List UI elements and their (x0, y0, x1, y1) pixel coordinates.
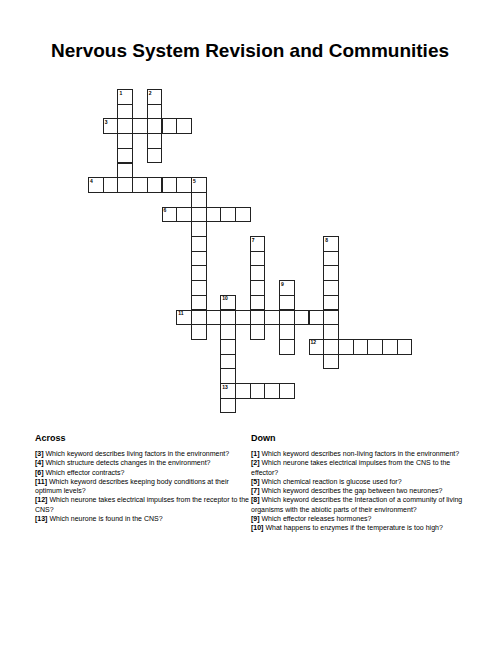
grid-cell-r15c15[interactable] (309, 310, 325, 326)
down-clue-number-8: [8] (251, 496, 260, 503)
grid-cell-r20c11[interactable] (250, 383, 266, 399)
grid-cell-r17c16[interactable] (323, 339, 339, 355)
grid-cell-r6c5[interactable] (162, 177, 178, 193)
across-clue-3: [3] Which keyword describes living facto… (35, 449, 251, 458)
cell-number-4: 4 (90, 179, 93, 184)
grid-cell-r3c4[interactable] (147, 133, 163, 149)
grid-cell-r15c9[interactable] (220, 310, 236, 326)
grid-cell-r15c10[interactable] (235, 310, 251, 326)
down-clue-8: [8] Which keyword describes the Interact… (251, 495, 465, 514)
grid-cell-r11c11[interactable] (250, 251, 266, 267)
down-clue-number-2: [2] (251, 459, 260, 466)
grid-cell-r15c8[interactable] (206, 310, 222, 326)
down-clue-number-5: [5] (251, 478, 260, 485)
grid-cell-r6c0[interactable]: 4 (88, 177, 104, 193)
cell-number-8: 8 (325, 238, 328, 243)
grid-cell-r18c16[interactable] (323, 354, 339, 370)
cell-number-5: 5 (193, 179, 196, 184)
down-clue-9: [9] Which effector releases hormones? (251, 514, 465, 523)
across-clue-number-3: [3] (35, 450, 44, 457)
crossword-worksheet-page: Nervous System Revision and Communities … (0, 0, 500, 647)
grid-cell-r2c1[interactable]: 3 (103, 118, 119, 134)
grid-cell-r16c9[interactable] (220, 324, 236, 340)
down-clue-2: [2] Which neurone takes electrical impul… (251, 458, 465, 477)
down-header: Down (251, 433, 465, 443)
grid-cell-r1c2[interactable] (117, 104, 133, 120)
grid-cell-r14c9[interactable]: 10 (220, 295, 236, 311)
across-clue-number-13: [13] (35, 515, 47, 522)
grid-cell-r2c2[interactable] (117, 118, 133, 134)
down-clues-section: Down [1] Which keyword describes non-liv… (251, 433, 465, 533)
down-clue-1: [1] Which keyword describes non-living f… (251, 449, 465, 458)
grid-cell-r16c7[interactable] (191, 324, 207, 340)
grid-cell-r15c6[interactable]: 11 (176, 310, 192, 326)
grid-cell-r10c11[interactable]: 7 (250, 236, 266, 252)
grid-cell-r20c13[interactable] (279, 383, 295, 399)
cell-number-3: 3 (105, 120, 108, 125)
grid-cell-r15c11[interactable] (250, 310, 266, 326)
grid-cell-r15c16[interactable] (323, 310, 339, 326)
grid-cell-r13c7[interactable] (191, 280, 207, 296)
grid-cell-r17c19[interactable] (367, 339, 383, 355)
cell-number-13: 13 (222, 385, 228, 390)
grid-cell-r6c4[interactable] (147, 177, 163, 193)
grid-cell-r11c16[interactable] (323, 251, 339, 267)
page-title: Nervous System Revision and Communities (0, 40, 500, 62)
cell-number-1: 1 (119, 91, 122, 96)
grid-cell-r11c7[interactable] (191, 251, 207, 267)
grid-cell-r8c6[interactable] (176, 207, 192, 223)
grid-cell-r17c9[interactable] (220, 339, 236, 355)
across-clue-number-6: [6] (35, 469, 44, 476)
grid-cell-r15c7[interactable] (191, 310, 207, 326)
grid-cell-r20c12[interactable] (264, 383, 280, 399)
grid-cell-r6c6[interactable] (176, 177, 192, 193)
cell-number-6: 6 (164, 208, 167, 213)
grid-cell-r12c11[interactable] (250, 265, 266, 281)
grid-cell-r19c9[interactable] (220, 368, 236, 384)
grid-cell-r2c6[interactable] (176, 118, 192, 134)
cell-number-7: 7 (252, 238, 255, 243)
grid-cell-r12c7[interactable] (191, 265, 207, 281)
grid-cell-r15c12[interactable] (264, 310, 280, 326)
grid-cell-r8c7[interactable] (191, 207, 207, 223)
down-clue-list: [1] Which keyword describes non-living f… (251, 449, 465, 533)
cell-number-9: 9 (281, 282, 284, 287)
grid-cell-r18c9[interactable] (220, 354, 236, 370)
across-clue-11: [11] Which keyword describes keeping bod… (35, 477, 251, 496)
down-clue-7: [7] Which keyword describes the gap betw… (251, 486, 465, 495)
grid-cell-r6c3[interactable] (132, 177, 148, 193)
grid-cell-r9c7[interactable] (191, 221, 207, 237)
grid-cell-r5c2[interactable] (117, 163, 133, 179)
grid-cell-r7c7[interactable] (191, 192, 207, 208)
down-clue-10: [10] What happens to enzymes if the temp… (251, 523, 465, 532)
grid-cell-r10c7[interactable] (191, 236, 207, 252)
down-clue-number-10: [10] (251, 524, 263, 531)
grid-cell-r6c7[interactable]: 5 (191, 177, 207, 193)
grid-cell-r4c2[interactable] (117, 148, 133, 164)
across-clue-6: [6] Which effector contracts? (35, 468, 251, 477)
down-clue-number-1: [1] (251, 450, 260, 457)
grid-cell-r4c4[interactable] (147, 148, 163, 164)
grid-cell-r14c11[interactable] (250, 295, 266, 311)
grid-cell-r20c10[interactable] (235, 383, 251, 399)
grid-cell-r2c5[interactable] (162, 118, 178, 134)
grid-cell-r17c17[interactable] (338, 339, 354, 355)
grid-cell-r17c18[interactable] (353, 339, 369, 355)
down-clue-number-9: [9] (251, 515, 260, 522)
grid-cell-r20c9[interactable]: 13 (220, 383, 236, 399)
grid-cell-r16c11[interactable] (250, 324, 266, 340)
cell-number-11: 11 (178, 311, 183, 316)
grid-cell-r6c2[interactable] (117, 177, 133, 193)
grid-cell-r17c15[interactable]: 12 (309, 339, 325, 355)
grid-cell-r2c4[interactable] (147, 118, 163, 134)
down-clue-5: [5] Which chemical reaction is glucose u… (251, 477, 465, 486)
cell-number-10: 10 (222, 296, 228, 301)
across-clue-12: [12] Which neurone takes electrical impu… (35, 495, 251, 514)
grid-cell-r16c13[interactable] (279, 324, 295, 340)
across-clue-13: [13] Which neurone is found in the CNS? (35, 514, 251, 523)
crossword-grid: 12345678910111213 (88, 89, 412, 413)
cell-number-12: 12 (311, 340, 317, 345)
across-clue-4: [4] Which structure detects changes in t… (35, 458, 251, 467)
grid-cell-r2c3[interactable] (132, 118, 148, 134)
grid-cell-r13c11[interactable] (250, 280, 266, 296)
grid-cell-r8c5[interactable]: 6 (162, 207, 178, 223)
grid-cell-r3c2[interactable] (117, 133, 133, 149)
grid-cell-r14c16[interactable] (323, 295, 339, 311)
grid-cell-r15c13[interactable] (279, 310, 295, 326)
grid-cell-r8c8[interactable] (206, 207, 222, 223)
grid-cell-r14c7[interactable] (191, 295, 207, 311)
grid-cell-r14c13[interactable] (279, 295, 295, 311)
across-header: Across (35, 433, 251, 443)
across-clue-list: [3] Which keyword describes living facto… (35, 449, 251, 523)
grid-cell-r21c9[interactable] (220, 398, 236, 414)
across-clue-number-4: [4] (35, 459, 44, 466)
grid-cell-r17c20[interactable] (382, 339, 398, 355)
grid-cell-r17c13[interactable] (279, 339, 295, 355)
grid-cell-r8c10[interactable] (235, 207, 251, 223)
grid-cell-r0c4[interactable]: 2 (147, 89, 163, 105)
grid-cell-r10c16[interactable]: 8 (323, 236, 339, 252)
grid-cell-r0c2[interactable]: 1 (117, 89, 133, 105)
grid-cell-r1c4[interactable] (147, 104, 163, 120)
grid-cell-r13c13[interactable]: 9 (279, 280, 295, 296)
grid-cell-r17c21[interactable] (397, 339, 413, 355)
grid-cell-r13c16[interactable] (323, 280, 339, 296)
grid-cell-r16c16[interactable] (323, 324, 339, 340)
across-clues-section: Across [3] Which keyword describes livin… (35, 433, 251, 523)
down-clue-number-7: [7] (251, 487, 260, 494)
grid-cell-r12c16[interactable] (323, 265, 339, 281)
grid-cell-r15c14[interactable] (294, 310, 310, 326)
grid-cell-r6c1[interactable] (103, 177, 119, 193)
across-clue-number-12: [12] (35, 496, 47, 503)
cell-number-2: 2 (149, 91, 152, 96)
grid-cell-r8c9[interactable] (220, 207, 236, 223)
across-clue-number-11: [11] (35, 478, 47, 485)
